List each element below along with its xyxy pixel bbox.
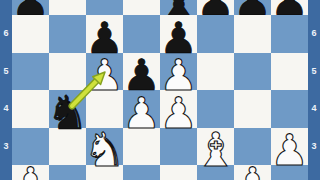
square-g5[interactable] — [234, 53, 271, 91]
piece-white-bishop-f3[interactable]: ♝ — [194, 126, 236, 173]
square-h7[interactable]: ♟ — [271, 0, 308, 15]
rank-label-2-right: 2 — [308, 179, 320, 181]
square-b7[interactable] — [49, 0, 86, 15]
square-c3[interactable]: ♞ — [86, 128, 123, 166]
square-g7[interactable]: ♟ — [234, 0, 271, 15]
piece-black-pawn-h7[interactable]: ♟ — [271, 0, 308, 15]
square-g3[interactable] — [234, 128, 271, 166]
rank-label-3-left: 3 — [0, 141, 12, 150]
square-g4[interactable] — [234, 90, 271, 128]
piece-black-pawn-g7[interactable]: ♟ — [234, 0, 271, 15]
square-b2[interactable] — [49, 165, 86, 180]
square-a5[interactable] — [12, 53, 49, 91]
square-a3[interactable] — [12, 128, 49, 166]
square-f5[interactable] — [197, 53, 234, 91]
square-e5[interactable]: ♟ — [160, 53, 197, 91]
rank-label-5-right: 5 — [308, 66, 320, 75]
square-e4[interactable]: ♟ — [160, 90, 197, 128]
square-f7[interactable]: ♟ — [197, 0, 234, 15]
square-a6[interactable] — [12, 15, 49, 53]
square-a7[interactable]: ♟ — [12, 0, 49, 15]
square-d6[interactable] — [123, 15, 160, 53]
square-c6[interactable]: ♟ — [86, 15, 123, 53]
square-g2[interactable]: ♟ — [234, 165, 271, 180]
square-h6[interactable] — [271, 15, 308, 53]
rank-label-4-right: 4 — [308, 104, 320, 113]
piece-white-pawn-g2[interactable]: ♟ — [234, 165, 271, 180]
square-a4[interactable] — [12, 90, 49, 128]
rank-label-5-left: 5 — [0, 66, 12, 75]
rank-label-6-left: 6 — [0, 29, 12, 38]
square-f6[interactable] — [197, 15, 234, 53]
piece-black-pawn-f7[interactable]: ♟ — [197, 0, 234, 15]
rank-label-3-right: 3 — [308, 141, 320, 150]
square-e6[interactable]: ♟ — [160, 15, 197, 53]
piece-white-pawn-d4[interactable]: ♟ — [122, 92, 161, 135]
piece-black-knight-b4[interactable]: ♞ — [46, 89, 88, 136]
rank-label-7-left: 7 — [0, 0, 12, 2]
piece-white-pawn-e4[interactable]: ♟ — [159, 92, 198, 135]
square-a2[interactable]: ♟ — [12, 165, 49, 180]
piece-white-pawn-a2[interactable]: ♟ — [12, 165, 49, 180]
piece-white-knight-c3[interactable]: ♞ — [83, 126, 125, 173]
square-d7[interactable] — [123, 0, 160, 15]
square-h5[interactable] — [271, 53, 308, 91]
square-g6[interactable] — [234, 15, 271, 53]
square-h3[interactable]: ♟ — [271, 128, 308, 166]
piece-black-pawn-a7[interactable]: ♟ — [12, 0, 49, 15]
rank-label-2-left: 2 — [0, 179, 12, 181]
square-b6[interactable] — [49, 15, 86, 53]
square-h4[interactable] — [271, 90, 308, 128]
board-frame-right: 765432 — [308, 0, 320, 180]
rank-label-4-left: 4 — [0, 104, 12, 113]
board-frame-left: 765432 — [0, 0, 12, 180]
rank-label-6-right: 6 — [308, 29, 320, 38]
square-c5[interactable]: ♟ — [86, 53, 123, 91]
chess-board[interactable]: ♟♝♟♟♟♟♟♟♟♟♞♟♟♞♝♟♟♟ — [12, 0, 308, 180]
square-b4[interactable]: ♞ — [49, 90, 86, 128]
square-d2[interactable] — [123, 165, 160, 180]
rank-label-7-right: 7 — [308, 0, 320, 2]
chess-board-screenshot: 765432 765432 ♟♝♟♟♟♟♟♟♟♟♞♟♟♞♝♟♟♟ — [0, 0, 320, 180]
piece-white-pawn-h3[interactable]: ♟ — [270, 129, 309, 172]
square-e2[interactable] — [160, 165, 197, 180]
square-d4[interactable]: ♟ — [123, 90, 160, 128]
square-f3[interactable]: ♝ — [197, 128, 234, 166]
square-d5[interactable]: ♟ — [123, 53, 160, 91]
piece-white-pawn-c5[interactable]: ♟ — [85, 54, 124, 97]
